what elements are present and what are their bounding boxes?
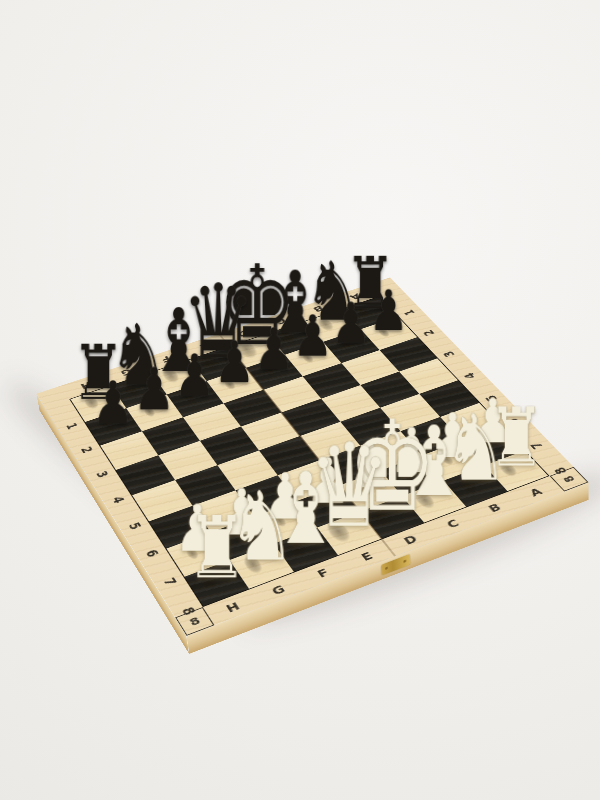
piece-shadow-b2 — [335, 337, 357, 353]
piece-shadow-e1 — [190, 348, 227, 376]
piece-shadow-c1 — [271, 325, 303, 348]
piece-shadow-a2 — [373, 325, 395, 340]
piece-shadow-b1 — [310, 313, 341, 335]
piece-shadow-e2 — [219, 376, 240, 392]
piece-shadow-h1 — [78, 392, 104, 414]
piece-shadow-d2 — [258, 363, 279, 379]
perspective-scene: 12345678 12345678 ABCDEFGH ABCDEFGH 8 8 … — [0, 0, 600, 800]
piece-shadow-d1 — [226, 334, 267, 365]
white-rook-icon: ♜ — [155, 514, 278, 582]
chess-set-photo: 12345678 12345678 ABCDEFGH ABCDEFGH 8 8 … — [0, 0, 600, 800]
piece-shadow-h2 — [98, 417, 119, 434]
piece-shadow-c2 — [297, 350, 318, 366]
chess-board: 12345678 12345678 ABCDEFGH ABCDEFGH 8 8 … — [36, 277, 588, 635]
piece-shadow-g1 — [116, 377, 146, 401]
piece-shadow-g2 — [139, 403, 160, 420]
piece-shadow-a1 — [350, 302, 377, 321]
piece-shadow-f1 — [155, 363, 186, 388]
piece-shadow-f2 — [179, 390, 200, 407]
